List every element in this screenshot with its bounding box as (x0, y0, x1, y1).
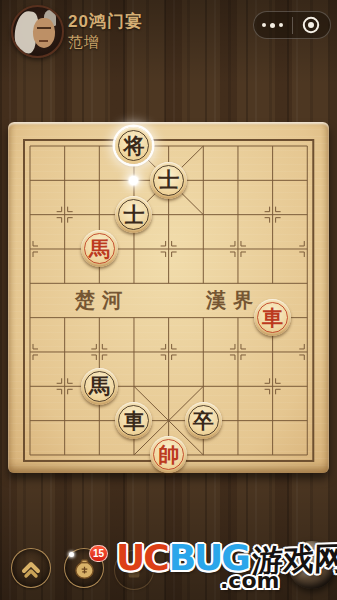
piece-glyph: 卒 (193, 411, 214, 432)
piece-red-馬[interactable]: 馬 (81, 230, 118, 267)
piece-glyph: 馬 (89, 239, 110, 260)
watermark-com: .com (220, 568, 279, 593)
piece-black-士[interactable]: 士 (115, 196, 152, 233)
watermark-uc: UC (116, 537, 168, 578)
avatar-mouth (39, 40, 48, 42)
wechat-capsule (253, 11, 331, 39)
bag-count-badge: 15 (89, 545, 108, 562)
ucbug-watermark: UC BUG 游戏网 .com (116, 537, 337, 581)
piece-black-車[interactable]: 車 (115, 402, 152, 439)
sparkle-icon (69, 552, 74, 557)
piece-glyph: 馬 (89, 376, 110, 397)
close-button[interactable] (293, 12, 331, 38)
header-bar: 20鸿门宴 范增 (0, 0, 337, 62)
xiangqi-board[interactable]: 楚河 漢界 将士士馬車馬車卒帥 (8, 122, 329, 473)
hint-bag-button[interactable]: 15 (64, 548, 104, 588)
character-name: 范增 (68, 33, 100, 52)
piece-red-車[interactable]: 車 (254, 299, 291, 336)
collapse-button[interactable] (11, 548, 51, 588)
piece-black-馬[interactable]: 馬 (81, 368, 118, 405)
piece-black-士[interactable]: 士 (150, 162, 187, 199)
pieces-layer: 将士士馬車馬車卒帥 (13, 129, 325, 472)
piece-glyph: 士 (123, 205, 144, 226)
piece-black-卒[interactable]: 卒 (185, 402, 222, 439)
piece-black-将[interactable]: 将 (115, 127, 152, 164)
piece-glyph: 帥 (158, 445, 179, 466)
piece-glyph: 将 (123, 136, 144, 157)
piece-glyph: 車 (262, 308, 283, 329)
avatar-brow (37, 27, 51, 29)
piece-glyph: 車 (123, 411, 144, 432)
level-title: 20鸿门宴 (68, 10, 143, 33)
move-origin-marker (129, 176, 138, 185)
more-dots-icon (262, 23, 283, 28)
avatar (11, 5, 64, 58)
piece-glyph: 士 (158, 170, 179, 191)
chevron-up-icon (19, 556, 43, 580)
circle-target-icon (301, 15, 321, 35)
piece-red-帥[interactable]: 帥 (150, 436, 187, 473)
more-button[interactable] (254, 12, 292, 38)
avatar-face (33, 18, 55, 48)
